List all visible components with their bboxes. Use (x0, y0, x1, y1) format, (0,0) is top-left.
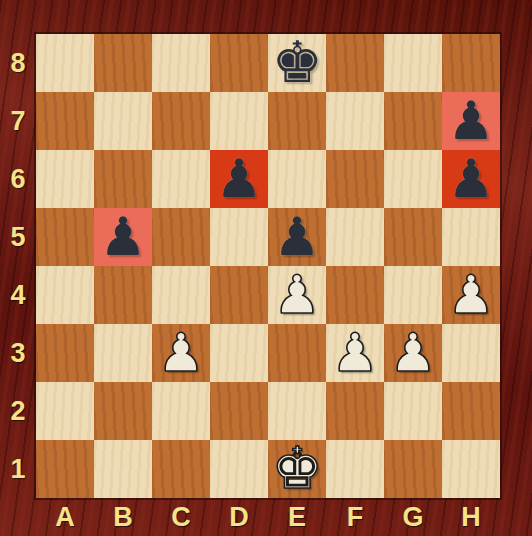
square-e3[interactable] (268, 324, 326, 382)
square-c1[interactable] (152, 440, 210, 498)
square-d1[interactable] (210, 440, 268, 498)
square-h5[interactable] (442, 208, 500, 266)
square-e4[interactable]: ♟ (268, 266, 326, 324)
square-h1[interactable] (442, 440, 500, 498)
square-h8[interactable] (442, 34, 500, 92)
black-king[interactable]: ♚ (271, 34, 322, 91)
rank-label-6: 6 (0, 150, 36, 208)
square-f5[interactable] (326, 208, 384, 266)
square-g1[interactable] (384, 440, 442, 498)
square-f3[interactable]: ♟ (326, 324, 384, 382)
file-label-h: H (442, 498, 500, 536)
square-a4[interactable] (36, 266, 94, 324)
square-b8[interactable] (94, 34, 152, 92)
square-d7[interactable] (210, 92, 268, 150)
rank-label-7: 7 (0, 92, 36, 150)
square-a8[interactable] (36, 34, 94, 92)
square-h4[interactable]: ♟ (442, 266, 500, 324)
square-a6[interactable] (36, 150, 94, 208)
square-g2[interactable] (384, 382, 442, 440)
square-c8[interactable] (152, 34, 210, 92)
square-d5[interactable] (210, 208, 268, 266)
square-h6[interactable]: ♟ (442, 150, 500, 208)
square-a7[interactable] (36, 92, 94, 150)
square-f2[interactable] (326, 382, 384, 440)
square-e6[interactable] (268, 150, 326, 208)
chess-board: ♚♟♟♟♟♟♟♟♟♟♟♚ (36, 34, 500, 498)
rank-label-1: 1 (0, 440, 36, 498)
square-d8[interactable] (210, 34, 268, 92)
square-f7[interactable] (326, 92, 384, 150)
square-f6[interactable] (326, 150, 384, 208)
square-e5[interactable]: ♟ (268, 208, 326, 266)
rank-label-8: 8 (0, 34, 36, 92)
square-d6[interactable]: ♟ (210, 150, 268, 208)
square-g7[interactable] (384, 92, 442, 150)
square-g8[interactable] (384, 34, 442, 92)
rank-label-4: 4 (0, 266, 36, 324)
black-pawn[interactable]: ♟ (447, 152, 495, 205)
file-labels: ABCDEFGH (36, 498, 500, 536)
white-pawn[interactable]: ♟ (331, 326, 379, 379)
square-b7[interactable] (94, 92, 152, 150)
white-pawn[interactable]: ♟ (389, 326, 437, 379)
white-king[interactable]: ♚ (271, 440, 322, 497)
rank-label-5: 5 (0, 208, 36, 266)
square-b5[interactable]: ♟ (94, 208, 152, 266)
square-c5[interactable] (152, 208, 210, 266)
black-pawn[interactable]: ♟ (273, 210, 321, 263)
white-pawn[interactable]: ♟ (157, 326, 205, 379)
chess-board-frame: 87654321 ♚♟♟♟♟♟♟♟♟♟♟♚ ABCDEFGH (0, 0, 532, 536)
square-b2[interactable] (94, 382, 152, 440)
square-c7[interactable] (152, 92, 210, 150)
white-pawn[interactable]: ♟ (447, 268, 495, 321)
square-h3[interactable] (442, 324, 500, 382)
white-pawn[interactable]: ♟ (273, 268, 321, 321)
file-label-g: G (384, 498, 442, 536)
square-c2[interactable] (152, 382, 210, 440)
square-e1[interactable]: ♚ (268, 440, 326, 498)
rank-label-2: 2 (0, 382, 36, 440)
square-a5[interactable] (36, 208, 94, 266)
rank-labels: 87654321 (0, 34, 36, 498)
square-g3[interactable]: ♟ (384, 324, 442, 382)
square-e8[interactable]: ♚ (268, 34, 326, 92)
file-label-c: C (152, 498, 210, 536)
file-label-d: D (210, 498, 268, 536)
square-g5[interactable] (384, 208, 442, 266)
square-a2[interactable] (36, 382, 94, 440)
square-d2[interactable] (210, 382, 268, 440)
square-f4[interactable] (326, 266, 384, 324)
black-pawn[interactable]: ♟ (215, 152, 263, 205)
square-f8[interactable] (326, 34, 384, 92)
square-b6[interactable] (94, 150, 152, 208)
file-label-b: B (94, 498, 152, 536)
file-label-a: A (36, 498, 94, 536)
square-d3[interactable] (210, 324, 268, 382)
black-pawn[interactable]: ♟ (447, 94, 495, 147)
square-e7[interactable] (268, 92, 326, 150)
square-a3[interactable] (36, 324, 94, 382)
square-a1[interactable] (36, 440, 94, 498)
square-h7[interactable]: ♟ (442, 92, 500, 150)
square-b4[interactable] (94, 266, 152, 324)
square-h2[interactable] (442, 382, 500, 440)
rank-label-3: 3 (0, 324, 36, 382)
square-c4[interactable] (152, 266, 210, 324)
file-label-e: E (268, 498, 326, 536)
square-g4[interactable] (384, 266, 442, 324)
square-d4[interactable] (210, 266, 268, 324)
square-c6[interactable] (152, 150, 210, 208)
square-e2[interactable] (268, 382, 326, 440)
square-c3[interactable]: ♟ (152, 324, 210, 382)
square-g6[interactable] (384, 150, 442, 208)
square-b3[interactable] (94, 324, 152, 382)
file-label-f: F (326, 498, 384, 536)
square-f1[interactable] (326, 440, 384, 498)
black-pawn[interactable]: ♟ (99, 210, 147, 263)
square-b1[interactable] (94, 440, 152, 498)
